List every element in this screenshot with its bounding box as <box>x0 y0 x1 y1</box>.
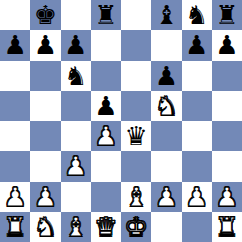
square-g6[interactable] <box>182 61 212 91</box>
square-g3[interactable] <box>182 151 212 181</box>
black-pawn-piece: ♟ <box>215 32 238 58</box>
square-a8[interactable] <box>0 0 30 30</box>
square-a1[interactable]: ♜ <box>0 212 30 242</box>
square-c2[interactable] <box>61 182 91 212</box>
white-pawn-piece: ♟ <box>155 184 178 210</box>
square-h8[interactable]: ♜ <box>212 0 242 30</box>
white-pawn-piece: ♟ <box>64 153 87 179</box>
square-d5[interactable]: ♟ <box>91 91 121 121</box>
square-c8[interactable] <box>61 0 91 30</box>
square-d8[interactable]: ♜ <box>91 0 121 30</box>
square-h4[interactable] <box>212 121 242 151</box>
white-pawn-piece: ♟ <box>185 184 208 210</box>
square-c1[interactable]: ♝ <box>61 212 91 242</box>
square-f2[interactable]: ♟ <box>151 182 181 212</box>
white-knight-piece: ♞ <box>155 93 178 119</box>
square-a5[interactable] <box>0 91 30 121</box>
white-queen-piece: ♛ <box>94 214 117 240</box>
square-h2[interactable]: ♟ <box>212 182 242 212</box>
square-e2[interactable]: ♝ <box>121 182 151 212</box>
white-king-piece: ♚ <box>124 214 147 240</box>
square-g5[interactable] <box>182 91 212 121</box>
square-a3[interactable] <box>0 151 30 181</box>
square-c5[interactable] <box>61 91 91 121</box>
black-queen-piece: ♛ <box>124 123 147 149</box>
square-g4[interactable] <box>182 121 212 151</box>
square-b5[interactable] <box>30 91 60 121</box>
square-g1[interactable] <box>182 212 212 242</box>
square-a6[interactable] <box>0 61 30 91</box>
square-f6[interactable]: ♟ <box>151 61 181 91</box>
square-e5[interactable] <box>121 91 151 121</box>
black-rook-piece: ♜ <box>94 2 117 28</box>
white-rook-piece: ♜ <box>215 214 238 240</box>
white-rook-piece: ♜ <box>3 214 26 240</box>
square-d4[interactable]: ♟ <box>91 121 121 151</box>
white-knight-piece: ♞ <box>34 214 57 240</box>
square-c3[interactable]: ♟ <box>61 151 91 181</box>
square-c6[interactable]: ♞ <box>61 61 91 91</box>
square-e8[interactable] <box>121 0 151 30</box>
square-b3[interactable] <box>30 151 60 181</box>
square-f7[interactable] <box>151 30 181 60</box>
square-a4[interactable] <box>0 121 30 151</box>
square-c7[interactable]: ♟ <box>61 30 91 60</box>
square-e6[interactable] <box>121 61 151 91</box>
white-bishop-piece: ♝ <box>124 184 147 210</box>
square-d3[interactable] <box>91 151 121 181</box>
square-d7[interactable] <box>91 30 121 60</box>
square-b4[interactable] <box>30 121 60 151</box>
square-f1[interactable] <box>151 212 181 242</box>
square-f5[interactable]: ♞ <box>151 91 181 121</box>
black-pawn-piece: ♟ <box>64 32 87 58</box>
square-d2[interactable] <box>91 182 121 212</box>
square-c4[interactable] <box>61 121 91 151</box>
white-pawn-piece: ♟ <box>34 184 57 210</box>
square-h3[interactable] <box>212 151 242 181</box>
white-pawn-piece: ♟ <box>215 184 238 210</box>
square-b2[interactable]: ♟ <box>30 182 60 212</box>
square-f4[interactable] <box>151 121 181 151</box>
black-pawn-piece: ♟ <box>34 32 57 58</box>
black-rook-piece: ♜ <box>215 2 238 28</box>
white-pawn-piece: ♟ <box>3 184 26 210</box>
square-b7[interactable]: ♟ <box>30 30 60 60</box>
square-h6[interactable] <box>212 61 242 91</box>
square-b8[interactable]: ♚ <box>30 0 60 30</box>
square-h7[interactable]: ♟ <box>212 30 242 60</box>
chess-board: ♚♜♝♞♜♟♟♟♟♟♞♟♟♞♟♛♟♟♟♝♟♟♟♜♞♝♛♚♜ <box>0 0 242 242</box>
square-f3[interactable] <box>151 151 181 181</box>
square-g2[interactable]: ♟ <box>182 182 212 212</box>
square-a2[interactable]: ♟ <box>0 182 30 212</box>
black-king-piece: ♚ <box>34 2 57 28</box>
square-f8[interactable]: ♝ <box>151 0 181 30</box>
square-b6[interactable] <box>30 61 60 91</box>
white-pawn-piece: ♟ <box>94 123 117 149</box>
black-knight-piece: ♞ <box>64 63 87 89</box>
black-bishop-piece: ♝ <box>155 2 178 28</box>
square-h1[interactable]: ♜ <box>212 212 242 242</box>
square-g8[interactable]: ♞ <box>182 0 212 30</box>
square-a7[interactable]: ♟ <box>0 30 30 60</box>
black-pawn-piece: ♟ <box>3 32 26 58</box>
black-pawn-piece: ♟ <box>94 93 117 119</box>
square-e4[interactable]: ♛ <box>121 121 151 151</box>
square-d1[interactable]: ♛ <box>91 212 121 242</box>
square-g7[interactable]: ♟ <box>182 30 212 60</box>
square-e3[interactable] <box>121 151 151 181</box>
square-b1[interactable]: ♞ <box>30 212 60 242</box>
square-e7[interactable] <box>121 30 151 60</box>
square-e1[interactable]: ♚ <box>121 212 151 242</box>
black-pawn-piece: ♟ <box>155 63 178 89</box>
black-knight-piece: ♞ <box>185 2 208 28</box>
square-h5[interactable] <box>212 91 242 121</box>
white-bishop-piece: ♝ <box>64 214 87 240</box>
square-d6[interactable] <box>91 61 121 91</box>
black-pawn-piece: ♟ <box>185 32 208 58</box>
